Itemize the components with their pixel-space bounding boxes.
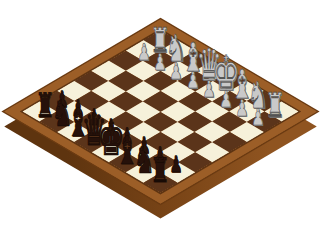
black-pawn-h7: ♟ — [170, 153, 183, 176]
white-pawn-f2: ♟ — [219, 88, 232, 111]
chessboard-3d-render: ♜♞♝♛♚♝♞♜♟♟♟♟♟♟♟♟♟♟♟♟♟♟♟♟♜♞♝♛♚♝♞♜ — [0, 0, 320, 240]
white-pawn-h2: ♟ — [252, 106, 265, 129]
white-pawn-d2: ♟ — [186, 69, 199, 92]
white-pawn-e2: ♟ — [202, 79, 215, 102]
white-pawn-c2: ♟ — [170, 60, 183, 83]
white-pawn-b2: ♟ — [153, 51, 166, 74]
white-rook-h1: ♜ — [265, 88, 285, 122]
white-pawn-a2: ♟ — [137, 41, 150, 64]
chess-pieces: ♜♞♝♛♚♝♞♜♟♟♟♟♟♟♟♟♟♟♟♟♟♟♟♟♜♞♝♛♚♝♞♜ — [0, 0, 320, 240]
white-pawn-g2: ♟ — [235, 97, 248, 120]
black-rook-h8: ♜ — [150, 153, 170, 187]
